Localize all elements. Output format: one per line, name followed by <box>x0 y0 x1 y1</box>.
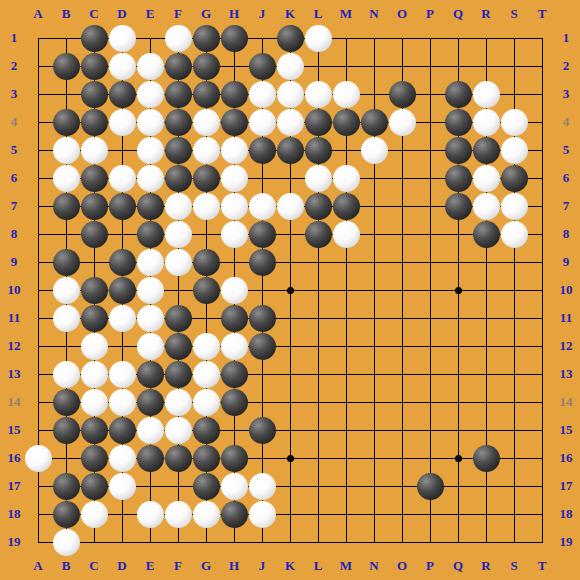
white-stone-C13 <box>81 361 108 388</box>
black-stone-F4 <box>165 109 192 136</box>
black-stone-G9 <box>193 249 220 276</box>
white-stone-F9 <box>165 249 192 276</box>
black-stone-N4 <box>361 109 388 136</box>
black-stone-R8 <box>473 221 500 248</box>
white-stone-F8 <box>165 221 192 248</box>
white-stone-O4 <box>389 109 416 136</box>
black-stone-E14 <box>137 389 164 416</box>
black-stone-C4 <box>81 109 108 136</box>
black-stone-H18 <box>221 501 248 528</box>
row-label-left-14: 14 <box>8 395 21 409</box>
col-label-bottom-O: O <box>397 559 407 573</box>
white-stone-G7 <box>193 193 220 220</box>
black-stone-B14 <box>53 389 80 416</box>
col-label-bottom-J: J <box>259 559 266 573</box>
white-stone-E4 <box>137 109 164 136</box>
black-stone-B15 <box>53 417 80 444</box>
white-stone-D11 <box>109 305 136 332</box>
white-stone-D6 <box>109 165 136 192</box>
white-stone-R7 <box>473 193 500 220</box>
white-stone-B13 <box>53 361 80 388</box>
white-stone-H5 <box>221 137 248 164</box>
star-point-K16 <box>287 455 294 462</box>
row-label-left-15: 15 <box>8 423 21 437</box>
row-label-left-2: 2 <box>11 59 18 73</box>
black-stone-F5 <box>165 137 192 164</box>
col-label-bottom-G: G <box>201 559 211 573</box>
black-stone-K1 <box>277 25 304 52</box>
white-stone-H8 <box>221 221 248 248</box>
black-stone-J9 <box>249 249 276 276</box>
black-stone-C3 <box>81 81 108 108</box>
white-stone-S7 <box>501 193 528 220</box>
col-label-bottom-Q: Q <box>453 559 463 573</box>
row-label-left-18: 18 <box>8 507 21 521</box>
black-stone-E8 <box>137 221 164 248</box>
black-stone-C8 <box>81 221 108 248</box>
col-label-bottom-E: E <box>146 559 155 573</box>
white-stone-C5 <box>81 137 108 164</box>
white-stone-E18 <box>137 501 164 528</box>
col-label-bottom-T: T <box>538 559 547 573</box>
white-stone-L6 <box>305 165 332 192</box>
black-stone-G15 <box>193 417 220 444</box>
black-stone-H13 <box>221 361 248 388</box>
white-stone-G5 <box>193 137 220 164</box>
white-stone-M6 <box>333 165 360 192</box>
white-stone-H12 <box>221 333 248 360</box>
white-stone-G4 <box>193 109 220 136</box>
white-stone-S4 <box>501 109 528 136</box>
black-stone-B18 <box>53 501 80 528</box>
row-label-right-19: 19 <box>560 535 573 549</box>
black-stone-C10 <box>81 277 108 304</box>
row-label-right-2: 2 <box>563 59 570 73</box>
black-stone-G16 <box>193 445 220 472</box>
white-stone-K2 <box>277 53 304 80</box>
black-stone-H14 <box>221 389 248 416</box>
row-label-left-13: 13 <box>8 367 21 381</box>
black-stone-J11 <box>249 305 276 332</box>
white-stone-E5 <box>137 137 164 164</box>
black-stone-H16 <box>221 445 248 472</box>
col-label-top-G: G <box>201 7 211 21</box>
white-stone-D1 <box>109 25 136 52</box>
white-stone-H6 <box>221 165 248 192</box>
black-stone-G2 <box>193 53 220 80</box>
row-label-right-3: 3 <box>563 87 570 101</box>
white-stone-K7 <box>277 193 304 220</box>
black-stone-D3 <box>109 81 136 108</box>
row-label-right-16: 16 <box>560 451 573 465</box>
col-label-bottom-S: S <box>510 559 517 573</box>
white-stone-G12 <box>193 333 220 360</box>
row-label-right-8: 8 <box>563 227 570 241</box>
black-stone-S6 <box>501 165 528 192</box>
col-label-top-B: B <box>62 7 71 21</box>
black-stone-M4 <box>333 109 360 136</box>
black-stone-D7 <box>109 193 136 220</box>
row-label-left-19: 19 <box>8 535 21 549</box>
row-label-right-5: 5 <box>563 143 570 157</box>
col-label-bottom-D: D <box>117 559 126 573</box>
white-stone-C18 <box>81 501 108 528</box>
black-stone-R16 <box>473 445 500 472</box>
black-stone-D15 <box>109 417 136 444</box>
col-label-top-Q: Q <box>453 7 463 21</box>
black-stone-Q7 <box>445 193 472 220</box>
black-stone-C16 <box>81 445 108 472</box>
col-label-top-P: P <box>426 7 434 21</box>
row-label-left-3: 3 <box>11 87 18 101</box>
black-stone-F6 <box>165 165 192 192</box>
row-label-left-5: 5 <box>11 143 18 157</box>
white-stone-D17 <box>109 473 136 500</box>
go-board[interactable]: AA11BB22CC33DD44EE55FF66GG77HH88JJ99KK10… <box>0 0 580 580</box>
black-stone-F3 <box>165 81 192 108</box>
col-label-top-O: O <box>397 7 407 21</box>
white-stone-B10 <box>53 277 80 304</box>
white-stone-J3 <box>249 81 276 108</box>
row-label-left-1: 1 <box>11 31 18 45</box>
white-stone-S5 <box>501 137 528 164</box>
black-stone-J2 <box>249 53 276 80</box>
row-label-left-12: 12 <box>8 339 21 353</box>
row-label-right-7: 7 <box>563 199 570 213</box>
col-label-top-J: J <box>259 7 266 21</box>
white-stone-F7 <box>165 193 192 220</box>
black-stone-P17 <box>417 473 444 500</box>
col-label-top-S: S <box>510 7 517 21</box>
row-label-left-6: 6 <box>11 171 18 185</box>
col-label-bottom-N: N <box>369 559 378 573</box>
white-stone-C14 <box>81 389 108 416</box>
row-label-right-12: 12 <box>560 339 573 353</box>
black-stone-O3 <box>389 81 416 108</box>
white-stone-E10 <box>137 277 164 304</box>
col-label-top-F: F <box>174 7 182 21</box>
black-stone-G17 <box>193 473 220 500</box>
black-stone-Q4 <box>445 109 472 136</box>
white-stone-R6 <box>473 165 500 192</box>
white-stone-R4 <box>473 109 500 136</box>
row-label-left-17: 17 <box>8 479 21 493</box>
star-point-Q16 <box>455 455 462 462</box>
black-stone-L4 <box>305 109 332 136</box>
row-label-left-11: 11 <box>8 311 20 325</box>
white-stone-D4 <box>109 109 136 136</box>
col-label-bottom-L: L <box>314 559 323 573</box>
white-stone-J7 <box>249 193 276 220</box>
star-point-K10 <box>287 287 294 294</box>
black-stone-L5 <box>305 137 332 164</box>
row-label-left-4: 4 <box>11 115 18 129</box>
black-stone-K5 <box>277 137 304 164</box>
black-stone-E13 <box>137 361 164 388</box>
black-stone-G3 <box>193 81 220 108</box>
col-label-top-N: N <box>369 7 378 21</box>
star-point-Q10 <box>455 287 462 294</box>
white-stone-D13 <box>109 361 136 388</box>
black-stone-C11 <box>81 305 108 332</box>
white-stone-E6 <box>137 165 164 192</box>
black-stone-D10 <box>109 277 136 304</box>
black-stone-F2 <box>165 53 192 80</box>
col-label-top-A: A <box>33 7 42 21</box>
row-label-right-11: 11 <box>560 311 572 325</box>
black-stone-G1 <box>193 25 220 52</box>
white-stone-F15 <box>165 417 192 444</box>
white-stone-E2 <box>137 53 164 80</box>
col-label-bottom-P: P <box>426 559 434 573</box>
white-stone-K3 <box>277 81 304 108</box>
black-stone-F16 <box>165 445 192 472</box>
col-label-top-M: M <box>340 7 352 21</box>
black-stone-H11 <box>221 305 248 332</box>
white-stone-M8 <box>333 221 360 248</box>
row-label-right-6: 6 <box>563 171 570 185</box>
row-label-right-15: 15 <box>560 423 573 437</box>
black-stone-L7 <box>305 193 332 220</box>
white-stone-E9 <box>137 249 164 276</box>
black-stone-H4 <box>221 109 248 136</box>
black-stone-R5 <box>473 137 500 164</box>
white-stone-E12 <box>137 333 164 360</box>
row-label-left-9: 9 <box>11 255 18 269</box>
black-stone-Q3 <box>445 81 472 108</box>
white-stone-H10 <box>221 277 248 304</box>
black-stone-F13 <box>165 361 192 388</box>
row-label-left-16: 16 <box>8 451 21 465</box>
black-stone-D9 <box>109 249 136 276</box>
white-stone-K4 <box>277 109 304 136</box>
black-stone-C7 <box>81 193 108 220</box>
white-stone-F1 <box>165 25 192 52</box>
row-label-right-13: 13 <box>560 367 573 381</box>
black-stone-J5 <box>249 137 276 164</box>
black-stone-L8 <box>305 221 332 248</box>
col-label-top-C: C <box>89 7 98 21</box>
col-label-top-E: E <box>146 7 155 21</box>
black-stone-C15 <box>81 417 108 444</box>
black-stone-C17 <box>81 473 108 500</box>
white-stone-E3 <box>137 81 164 108</box>
black-stone-C6 <box>81 165 108 192</box>
black-stone-B9 <box>53 249 80 276</box>
row-label-right-14: 14 <box>560 395 573 409</box>
white-stone-J18 <box>249 501 276 528</box>
row-label-left-8: 8 <box>11 227 18 241</box>
row-label-right-4: 4 <box>563 115 570 129</box>
black-stone-H3 <box>221 81 248 108</box>
row-label-left-10: 10 <box>8 283 21 297</box>
white-stone-F18 <box>165 501 192 528</box>
col-label-top-L: L <box>314 7 323 21</box>
row-label-right-18: 18 <box>560 507 573 521</box>
white-stone-H17 <box>221 473 248 500</box>
col-label-top-D: D <box>117 7 126 21</box>
white-stone-D14 <box>109 389 136 416</box>
white-stone-B5 <box>53 137 80 164</box>
white-stone-E15 <box>137 417 164 444</box>
black-stone-J15 <box>249 417 276 444</box>
col-label-top-H: H <box>229 7 239 21</box>
black-stone-F12 <box>165 333 192 360</box>
white-stone-G18 <box>193 501 220 528</box>
row-label-right-10: 10 <box>560 283 573 297</box>
black-stone-F11 <box>165 305 192 332</box>
white-stone-F14 <box>165 389 192 416</box>
col-label-bottom-H: H <box>229 559 239 573</box>
black-stone-B4 <box>53 109 80 136</box>
col-label-bottom-R: R <box>481 559 490 573</box>
black-stone-C2 <box>81 53 108 80</box>
col-label-bottom-K: K <box>285 559 295 573</box>
row-label-right-9: 9 <box>563 255 570 269</box>
white-stone-J17 <box>249 473 276 500</box>
row-label-right-1: 1 <box>563 31 570 45</box>
black-stone-M7 <box>333 193 360 220</box>
col-label-bottom-B: B <box>62 559 71 573</box>
white-stone-N5 <box>361 137 388 164</box>
row-label-right-17: 17 <box>560 479 573 493</box>
white-stone-B19 <box>53 529 80 556</box>
black-stone-C1 <box>81 25 108 52</box>
black-stone-H1 <box>221 25 248 52</box>
black-stone-E7 <box>137 193 164 220</box>
white-stone-A16 <box>25 445 52 472</box>
row-label-left-7: 7 <box>11 199 18 213</box>
white-stone-C12 <box>81 333 108 360</box>
col-label-bottom-M: M <box>340 559 352 573</box>
black-stone-J8 <box>249 221 276 248</box>
white-stone-L1 <box>305 25 332 52</box>
black-stone-G10 <box>193 277 220 304</box>
white-stone-B6 <box>53 165 80 192</box>
white-stone-G14 <box>193 389 220 416</box>
black-stone-Q5 <box>445 137 472 164</box>
white-stone-H7 <box>221 193 248 220</box>
black-stone-B7 <box>53 193 80 220</box>
white-stone-D16 <box>109 445 136 472</box>
white-stone-L3 <box>305 81 332 108</box>
col-label-bottom-F: F <box>174 559 182 573</box>
black-stone-E16 <box>137 445 164 472</box>
col-label-bottom-C: C <box>89 559 98 573</box>
white-stone-D2 <box>109 53 136 80</box>
white-stone-E11 <box>137 305 164 332</box>
col-label-top-K: K <box>285 7 295 21</box>
col-label-bottom-A: A <box>33 559 42 573</box>
black-stone-B17 <box>53 473 80 500</box>
black-stone-Q6 <box>445 165 472 192</box>
col-label-top-R: R <box>481 7 490 21</box>
col-label-top-T: T <box>538 7 547 21</box>
white-stone-R3 <box>473 81 500 108</box>
black-stone-B2 <box>53 53 80 80</box>
black-stone-G6 <box>193 165 220 192</box>
white-stone-B11 <box>53 305 80 332</box>
black-stone-J12 <box>249 333 276 360</box>
white-stone-G13 <box>193 361 220 388</box>
white-stone-M3 <box>333 81 360 108</box>
white-stone-J4 <box>249 109 276 136</box>
white-stone-S8 <box>501 221 528 248</box>
